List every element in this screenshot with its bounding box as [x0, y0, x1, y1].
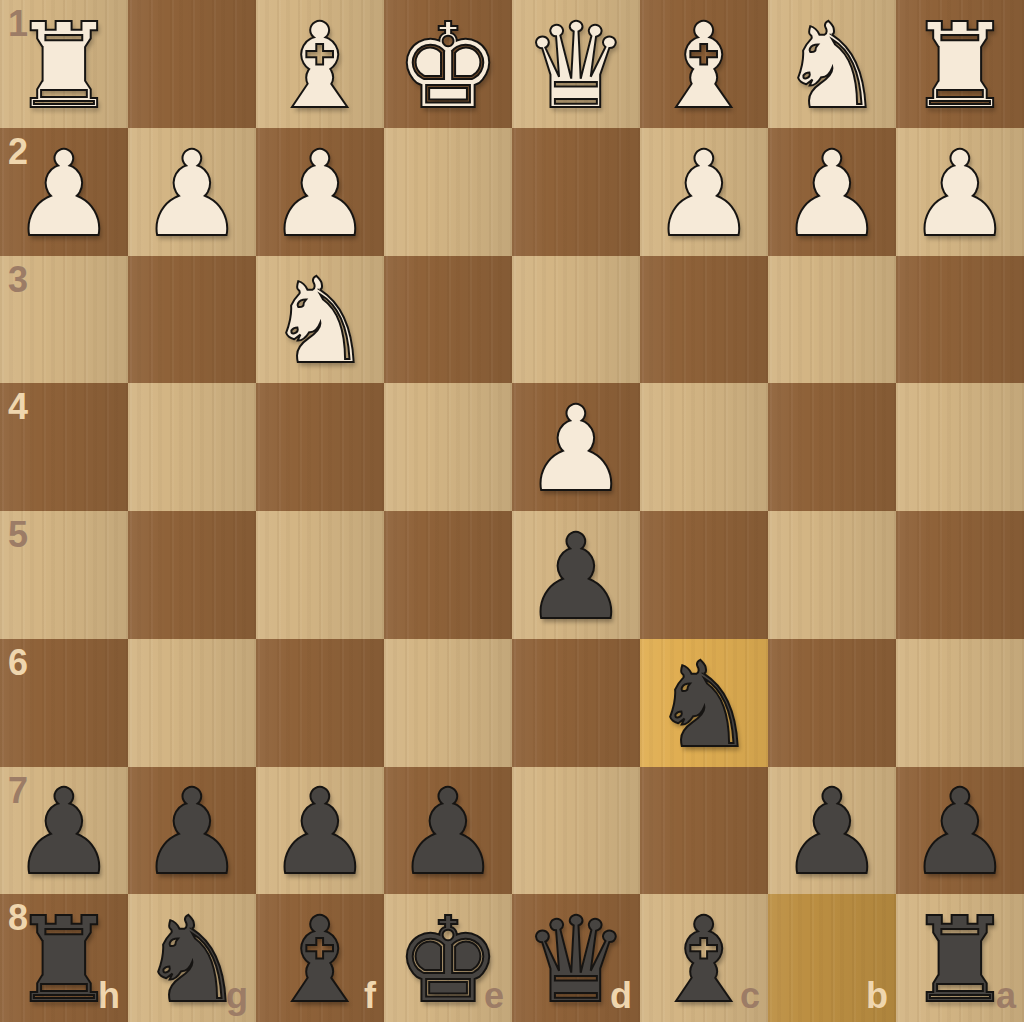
square-a6[interactable] [896, 639, 1024, 767]
square-e8[interactable]: e♚ [384, 894, 512, 1022]
square-e7[interactable]: ♟︎ [384, 767, 512, 895]
square-f1[interactable]: ♝ [256, 0, 384, 128]
square-a1[interactable]: ♜ [896, 0, 1024, 128]
piece-black-knight[interactable]: ♞ [128, 896, 256, 1022]
square-g2[interactable]: ♟︎ [128, 128, 256, 256]
piece-white-pawn[interactable]: ♟︎ [128, 130, 256, 258]
piece-white-queen[interactable]: ♛ [512, 2, 640, 130]
rank-label-3: 3 [8, 262, 28, 298]
square-g7[interactable]: ♟︎ [128, 767, 256, 895]
piece-black-queen[interactable]: ♛ [512, 896, 640, 1022]
square-c1[interactable]: ♝ [640, 0, 768, 128]
square-b7[interactable]: ♟︎ [768, 767, 896, 895]
square-h6[interactable]: 6 [0, 639, 128, 767]
piece-white-king[interactable]: ♚ [384, 2, 512, 130]
square-b2[interactable]: ♟︎ [768, 128, 896, 256]
square-f4[interactable] [256, 383, 384, 511]
square-e4[interactable] [384, 383, 512, 511]
square-e6[interactable] [384, 639, 512, 767]
square-c2[interactable]: ♟︎ [640, 128, 768, 256]
file-label-b: b [866, 978, 888, 1014]
piece-white-pawn[interactable]: ♟︎ [640, 130, 768, 258]
square-e1[interactable]: ♚ [384, 0, 512, 128]
piece-black-pawn[interactable]: ♟︎ [896, 769, 1024, 897]
piece-white-knight[interactable]: ♞ [768, 2, 896, 130]
square-b3[interactable] [768, 256, 896, 384]
square-g6[interactable] [128, 639, 256, 767]
square-c5[interactable] [640, 511, 768, 639]
square-c3[interactable] [640, 256, 768, 384]
square-c7[interactable] [640, 767, 768, 895]
square-h7[interactable]: 7♟︎ [0, 767, 128, 895]
piece-black-pawn[interactable]: ♟︎ [512, 513, 640, 641]
square-f2[interactable]: ♟︎ [256, 128, 384, 256]
square-f3[interactable]: ♞ [256, 256, 384, 384]
square-g4[interactable] [128, 383, 256, 511]
piece-black-rook[interactable]: ♜ [0, 896, 128, 1022]
square-e2[interactable] [384, 128, 512, 256]
piece-white-pawn[interactable]: ♟︎ [512, 385, 640, 513]
square-b4[interactable] [768, 383, 896, 511]
piece-white-rook[interactable]: ♜ [0, 2, 128, 130]
piece-black-rook[interactable]: ♜ [896, 896, 1024, 1022]
square-f6[interactable] [256, 639, 384, 767]
square-d8[interactable]: d♛ [512, 894, 640, 1022]
square-g3[interactable] [128, 256, 256, 384]
square-g1[interactable] [128, 0, 256, 128]
square-f8[interactable]: f♝ [256, 894, 384, 1022]
square-b8[interactable]: b [768, 894, 896, 1022]
square-d3[interactable] [512, 256, 640, 384]
rank-label-4: 4 [8, 389, 28, 425]
piece-white-pawn[interactable]: ♟︎ [768, 130, 896, 258]
piece-black-king[interactable]: ♚ [384, 896, 512, 1022]
square-c4[interactable] [640, 383, 768, 511]
square-f7[interactable]: ♟︎ [256, 767, 384, 895]
piece-black-pawn[interactable]: ♟︎ [256, 769, 384, 897]
piece-black-pawn[interactable]: ♟︎ [128, 769, 256, 897]
rank-label-6: 6 [8, 645, 28, 681]
piece-white-bishop[interactable]: ♝ [256, 2, 384, 130]
piece-white-pawn[interactable]: ♟︎ [256, 130, 384, 258]
square-d2[interactable] [512, 128, 640, 256]
square-h8[interactable]: 8h♜ [0, 894, 128, 1022]
piece-black-pawn[interactable]: ♟︎ [0, 769, 128, 897]
square-a2[interactable]: ♟︎ [896, 128, 1024, 256]
square-d5[interactable]: ♟︎ [512, 511, 640, 639]
square-d1[interactable]: ♛ [512, 0, 640, 128]
square-g5[interactable] [128, 511, 256, 639]
square-d6[interactable] [512, 639, 640, 767]
square-h5[interactable]: 5 [0, 511, 128, 639]
square-b5[interactable] [768, 511, 896, 639]
square-b1[interactable]: ♞ [768, 0, 896, 128]
square-h1[interactable]: 1♜ [0, 0, 128, 128]
piece-white-pawn[interactable]: ♟︎ [0, 130, 128, 258]
square-e5[interactable] [384, 511, 512, 639]
square-a4[interactable] [896, 383, 1024, 511]
square-h4[interactable]: 4 [0, 383, 128, 511]
square-e3[interactable] [384, 256, 512, 384]
piece-black-bishop[interactable]: ♝ [256, 896, 384, 1022]
piece-white-pawn[interactable]: ♟︎ [896, 130, 1024, 258]
piece-white-rook[interactable]: ♜ [896, 2, 1024, 130]
piece-white-knight[interactable]: ♞ [256, 258, 384, 386]
square-a5[interactable] [896, 511, 1024, 639]
square-c6[interactable]: ♞ [640, 639, 768, 767]
square-f5[interactable] [256, 511, 384, 639]
piece-black-knight[interactable]: ♞ [640, 641, 768, 769]
chess-board: 1♜♝♚♛♝♞♜2♟︎♟︎♟︎♟︎♟︎♟︎3♞4♟︎5♟︎6♞7♟︎♟︎♟︎♟︎… [0, 0, 1024, 1022]
square-a8[interactable]: a♜ [896, 894, 1024, 1022]
piece-black-pawn[interactable]: ♟︎ [384, 769, 512, 897]
square-d4[interactable]: ♟︎ [512, 383, 640, 511]
rank-label-5: 5 [8, 517, 28, 553]
square-a7[interactable]: ♟︎ [896, 767, 1024, 895]
square-b6[interactable] [768, 639, 896, 767]
square-h3[interactable]: 3 [0, 256, 128, 384]
square-d7[interactable] [512, 767, 640, 895]
square-h2[interactable]: 2♟︎ [0, 128, 128, 256]
piece-white-bishop[interactable]: ♝ [640, 2, 768, 130]
square-c8[interactable]: c♝ [640, 894, 768, 1022]
piece-black-bishop[interactable]: ♝ [640, 896, 768, 1022]
piece-black-pawn[interactable]: ♟︎ [768, 769, 896, 897]
square-g8[interactable]: g♞ [128, 894, 256, 1022]
square-a3[interactable] [896, 256, 1024, 384]
